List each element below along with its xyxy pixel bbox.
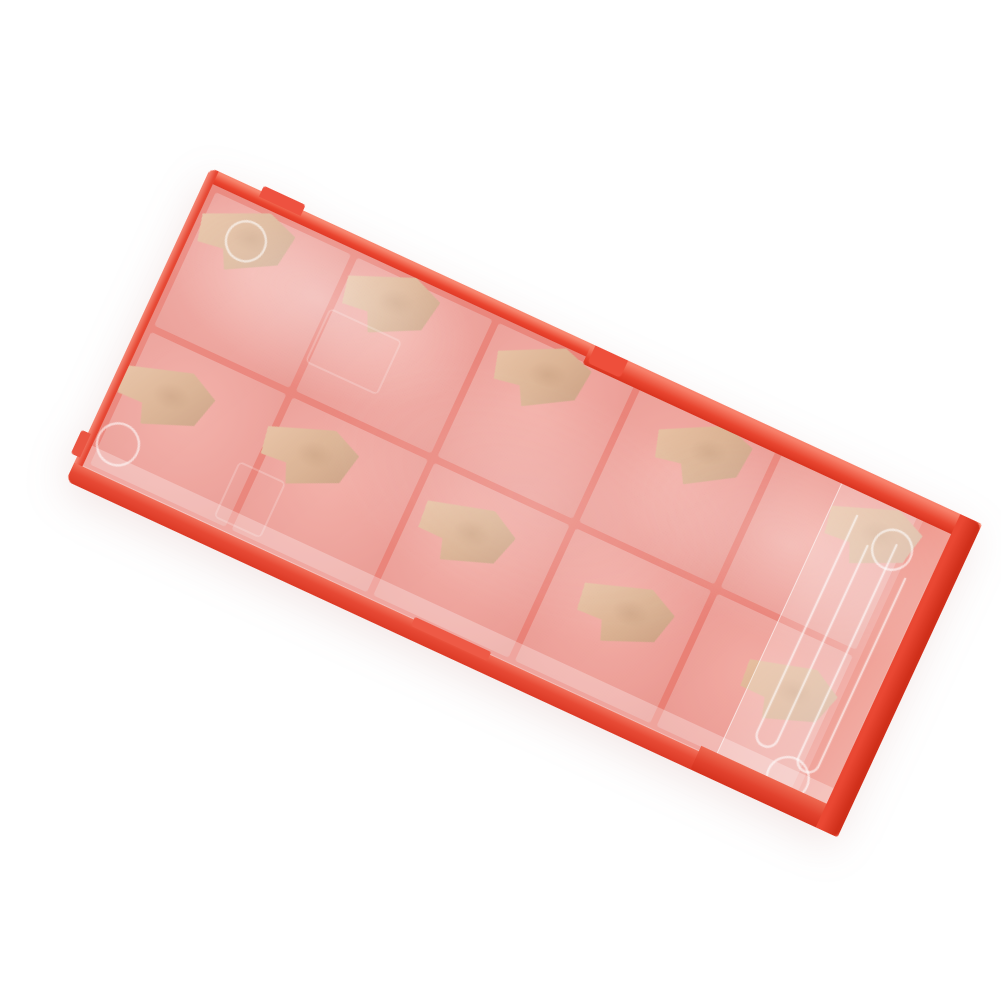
- background: [0, 0, 1001, 1001]
- insert-box: [66, 167, 982, 837]
- lid-skirt: [79, 443, 840, 810]
- translucent-lid: [78, 178, 964, 812]
